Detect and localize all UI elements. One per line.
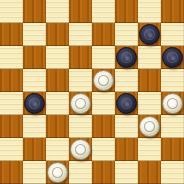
square-h4[interactable] (161, 92, 184, 115)
square-c7[interactable] (46, 23, 69, 46)
square-h5 (161, 69, 184, 92)
white-man-g3[interactable] (139, 116, 160, 137)
white-man-e5[interactable] (93, 70, 114, 91)
square-a3[interactable] (0, 115, 23, 138)
square-g1[interactable] (138, 161, 161, 184)
black-man-g7[interactable] (139, 24, 160, 45)
square-c3[interactable] (46, 115, 69, 138)
square-a8 (0, 0, 23, 23)
checkers-board (0, 0, 184, 184)
square-g4 (138, 92, 161, 115)
black-man-f4[interactable] (116, 93, 137, 114)
square-f5 (115, 69, 138, 92)
square-f2[interactable] (115, 138, 138, 161)
white-man-h4[interactable] (162, 93, 183, 114)
square-d1 (69, 161, 92, 184)
square-b7 (23, 23, 46, 46)
square-d5 (69, 69, 92, 92)
square-c1[interactable] (46, 161, 69, 184)
black-man-b4[interactable] (24, 93, 45, 114)
square-f3 (115, 115, 138, 138)
square-h3 (161, 115, 184, 138)
square-e1[interactable] (92, 161, 115, 184)
square-e2 (92, 138, 115, 161)
square-e7[interactable] (92, 23, 115, 46)
white-man-d4[interactable] (70, 93, 91, 114)
square-d2[interactable] (69, 138, 92, 161)
square-e6 (92, 46, 115, 69)
square-b5 (23, 69, 46, 92)
square-e8 (92, 0, 115, 23)
black-man-h6[interactable] (162, 47, 183, 68)
square-b1 (23, 161, 46, 184)
square-g8 (138, 0, 161, 23)
square-g2 (138, 138, 161, 161)
square-h8[interactable] (161, 0, 184, 23)
square-f4[interactable] (115, 92, 138, 115)
black-man-f6[interactable] (116, 47, 137, 68)
square-c8 (46, 0, 69, 23)
square-b3 (23, 115, 46, 138)
square-b4[interactable] (23, 92, 46, 115)
square-b8[interactable] (23, 0, 46, 23)
square-h6[interactable] (161, 46, 184, 69)
square-g5[interactable] (138, 69, 161, 92)
square-f1 (115, 161, 138, 184)
square-h7 (161, 23, 184, 46)
square-g6 (138, 46, 161, 69)
square-a6 (0, 46, 23, 69)
square-e4 (92, 92, 115, 115)
square-b6[interactable] (23, 46, 46, 69)
square-c2 (46, 138, 69, 161)
square-d4[interactable] (69, 92, 92, 115)
square-f7 (115, 23, 138, 46)
square-a1[interactable] (0, 161, 23, 184)
square-c5[interactable] (46, 69, 69, 92)
square-f8[interactable] (115, 0, 138, 23)
square-d6[interactable] (69, 46, 92, 69)
square-f6[interactable] (115, 46, 138, 69)
square-a2 (0, 138, 23, 161)
square-a7[interactable] (0, 23, 23, 46)
square-a4 (0, 92, 23, 115)
square-d8[interactable] (69, 0, 92, 23)
square-c6 (46, 46, 69, 69)
square-c4 (46, 92, 69, 115)
square-d7 (69, 23, 92, 46)
white-man-c1[interactable] (47, 162, 68, 183)
square-h1 (161, 161, 184, 184)
square-e5[interactable] (92, 69, 115, 92)
square-d3 (69, 115, 92, 138)
square-g3[interactable] (138, 115, 161, 138)
square-h2[interactable] (161, 138, 184, 161)
square-a5[interactable] (0, 69, 23, 92)
square-e3[interactable] (92, 115, 115, 138)
square-b2[interactable] (23, 138, 46, 161)
square-g7[interactable] (138, 23, 161, 46)
white-man-d2[interactable] (70, 139, 91, 160)
